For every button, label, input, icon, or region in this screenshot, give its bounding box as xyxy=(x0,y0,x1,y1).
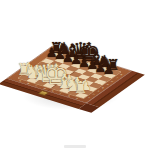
rank-label-2: 2 xyxy=(92,93,96,95)
file-label-b: b xyxy=(27,82,31,84)
white-rook[interactable]: ♜ xyxy=(74,80,88,96)
rank-label-6: 6 xyxy=(110,80,114,82)
file-label-a: a xyxy=(18,80,22,82)
file-label-h: h xyxy=(75,97,79,99)
watermark xyxy=(64,145,86,148)
rank-label-1: 1 xyxy=(87,97,91,99)
black-pawn[interactable]: ♟ xyxy=(103,63,115,76)
product-photo-scene: ♜♞♝♛♚♝♞♜♟♟♟♟♟♟♟♟♟♟♟♟♟♟♟♟♜♞♝♛♚♝♞♜ abcdefg… xyxy=(0,0,150,150)
file-label-g: g xyxy=(67,95,71,97)
rank-label-5: 5 xyxy=(106,84,110,86)
rank-label-4: 4 xyxy=(101,87,105,89)
rank-label-7: 7 xyxy=(115,77,119,79)
rank-label-8: 8 xyxy=(119,74,123,76)
rank-label-3: 3 xyxy=(96,90,100,92)
